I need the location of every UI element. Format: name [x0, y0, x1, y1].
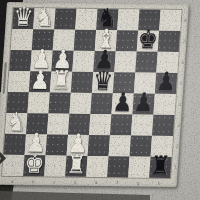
square-c5: ♜ [50, 71, 72, 92]
white-king: ♚ [24, 151, 46, 177]
chessboard: ♛♞♞♝♚♟♟♟♟♜♛♟♟♟♞♟♟♚♜♜ abcdefgh 87654321 ♞ [0, 2, 189, 187]
square-c2 [46, 134, 68, 155]
square-d5 [71, 72, 93, 93]
square-g5 [134, 72, 156, 93]
file-label-g: g [128, 180, 149, 185]
square-a6 [9, 50, 31, 71]
white-knight: ♞ [6, 109, 28, 135]
file-label-f: f [107, 180, 128, 185]
white-pawn: ♟ [52, 46, 74, 72]
rank-label-3: 3 [176, 115, 180, 136]
file-labels: abcdefgh [2, 179, 170, 186]
rank-label-8: 8 [183, 10, 187, 31]
white-pawn: ♟ [29, 67, 51, 93]
square-b7 [32, 29, 54, 50]
square-g3 [131, 114, 153, 135]
square-c1 [44, 155, 66, 176]
square-b2: ♟ [25, 134, 47, 155]
square-d4 [69, 93, 91, 114]
file-label-b: b [23, 179, 44, 184]
square-f8 [117, 9, 139, 30]
square-a2 [4, 134, 26, 155]
square-g6 [135, 51, 157, 72]
white-rook: ♜ [66, 151, 88, 177]
file-label-e: e [86, 180, 107, 185]
square-f1 [107, 156, 129, 177]
square-c3 [47, 113, 69, 134]
square-h8 [159, 10, 181, 31]
square-f5 [113, 72, 135, 93]
black-pawn: ♟ [94, 47, 116, 73]
square-b4 [27, 92, 49, 113]
square-d8 [75, 9, 97, 30]
square-e8: ♞ [96, 9, 118, 30]
square-a8: ♛ [12, 8, 34, 29]
black-rook: ♜ [150, 152, 172, 178]
square-e1 [86, 156, 108, 177]
square-d6 [72, 51, 94, 72]
square-h4 [153, 94, 175, 115]
square-c7 [53, 29, 75, 50]
square-d2: ♟ [67, 135, 89, 156]
square-a4 [6, 92, 28, 113]
black-pawn: ♟ [112, 89, 134, 115]
square-h2 [151, 136, 173, 157]
square-a7 [11, 29, 33, 50]
white-knight: ♞ [34, 4, 56, 30]
rank-label-6: 6 [181, 52, 185, 73]
file-label-h: h [149, 181, 170, 186]
rank-label-1: 1 [173, 157, 177, 178]
square-d7 [74, 30, 96, 51]
square-h6 [156, 52, 178, 73]
square-d1: ♜ [65, 156, 87, 177]
square-a5 [8, 71, 30, 92]
black-knight: ♞ [97, 5, 119, 31]
square-g1 [128, 156, 150, 177]
square-d3 [68, 114, 90, 135]
board-grid: ♛♞♞♝♚♟♟♟♟♜♛♟♟♟♞♟♟♚♜♜ [2, 8, 181, 178]
square-f6 [114, 51, 136, 72]
white-pawn: ♟ [31, 46, 53, 72]
square-g2 [130, 135, 152, 156]
rank-label-4: 4 [178, 94, 182, 115]
square-f4: ♟ [111, 93, 133, 114]
square-h1: ♜ [149, 157, 171, 178]
square-f7 [116, 30, 138, 51]
square-e2 [88, 135, 110, 156]
square-b6: ♟ [30, 50, 52, 71]
square-c8 [54, 8, 76, 29]
square-b1: ♚ [23, 155, 45, 176]
square-c6: ♟ [51, 50, 73, 71]
square-h5: ♟ [155, 73, 177, 94]
square-e3 [89, 114, 111, 135]
black-king: ♚ [137, 26, 159, 52]
white-bishop: ♝ [95, 26, 117, 52]
square-c4 [48, 92, 70, 113]
file-label-d: d [65, 180, 86, 185]
square-h3 [152, 115, 174, 136]
square-f2 [109, 135, 131, 156]
square-e4 [90, 93, 112, 114]
white-rook: ♜ [50, 67, 72, 93]
file-label-c: c [44, 179, 65, 184]
logo-knight-icon: ♞ [0, 156, 2, 161]
rank-label-5: 5 [179, 73, 183, 94]
black-queen: ♛ [92, 68, 114, 94]
file-label-a: a [2, 179, 23, 184]
board-photo: ♛♞♞♝♚♟♟♟♟♜♛♟♟♟♞♟♟♚♜♜ abcdefgh 87654321 ♞ [0, 0, 200, 200]
black-pawn: ♟ [155, 68, 177, 94]
square-b3 [26, 113, 48, 134]
rank-label-7: 7 [182, 31, 186, 52]
white-queen: ♛ [13, 4, 35, 30]
black-pawn: ♟ [133, 89, 155, 115]
square-h7 [158, 31, 180, 52]
square-g4: ♟ [132, 93, 154, 114]
square-f3 [110, 114, 132, 135]
border-brand-marking [2, 62, 7, 94]
square-g7: ♚ [137, 30, 159, 51]
square-e6: ♟ [93, 51, 115, 72]
square-e7: ♝ [95, 30, 117, 51]
square-b8: ♞ [33, 8, 55, 29]
square-g8 [138, 10, 160, 31]
white-pawn: ♟ [25, 130, 47, 156]
white-pawn: ♟ [67, 130, 89, 156]
square-b5: ♟ [29, 71, 51, 92]
rank-label-2: 2 [175, 136, 179, 157]
square-e5: ♛ [92, 72, 114, 93]
square-a3: ♞ [5, 113, 27, 134]
